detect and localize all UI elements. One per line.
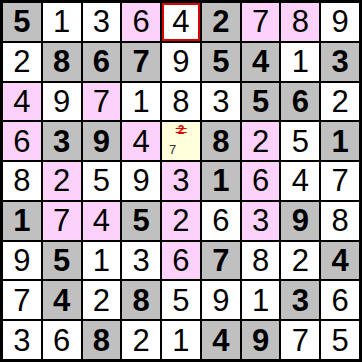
cell-r4c5[interactable]: 27 xyxy=(162,122,200,160)
cell-r8c7[interactable]: 1 xyxy=(242,281,280,319)
cell-r2c9[interactable]: 3 xyxy=(321,43,359,81)
cell-r6c5[interactable]: 2 xyxy=(162,202,200,240)
cell-r7c9[interactable]: 4 xyxy=(321,242,359,280)
cell-r9c7[interactable]: 9 xyxy=(242,321,280,359)
cell-r2c5[interactable]: 9 xyxy=(162,43,200,81)
cell-r6c4[interactable]: 5 xyxy=(122,202,160,240)
cell-r6c2[interactable]: 7 xyxy=(43,202,81,240)
cell-r3c3[interactable]: 7 xyxy=(83,83,121,121)
cell-r8c6[interactable]: 9 xyxy=(202,281,240,319)
cell-r8c2[interactable]: 4 xyxy=(43,281,81,319)
cell-r1c4[interactable]: 6 xyxy=(122,3,160,41)
cell-r8c1[interactable]: 7 xyxy=(3,281,41,319)
cell-r1c1[interactable]: 5 xyxy=(3,3,41,41)
cell-r6c7[interactable]: 3 xyxy=(242,202,280,240)
cell-r8c5[interactable]: 5 xyxy=(162,281,200,319)
cell-r7c2[interactable]: 5 xyxy=(43,242,81,280)
cell-r7c1[interactable]: 9 xyxy=(3,242,41,280)
cell-r1c2[interactable]: 1 xyxy=(43,3,81,41)
cell-r6c6[interactable]: 6 xyxy=(202,202,240,240)
cell-r5c4[interactable]: 9 xyxy=(122,162,160,200)
cell-r4c7[interactable]: 2 xyxy=(242,122,280,160)
cell-r6c9[interactable]: 8 xyxy=(321,202,359,240)
cell-r3c4[interactable]: 1 xyxy=(122,83,160,121)
cell-r1c5[interactable]: 4 xyxy=(162,3,200,41)
cell-r9c1[interactable]: 3 xyxy=(3,321,41,359)
cell-r8c8[interactable]: 3 xyxy=(281,281,319,319)
cell-r4c4[interactable]: 4 xyxy=(122,122,160,160)
cell-r6c1[interactable]: 1 xyxy=(3,202,41,240)
cell-r3c5[interactable]: 8 xyxy=(162,83,200,121)
cell-r7c5[interactable]: 6 xyxy=(162,242,200,280)
cell-r8c9[interactable]: 6 xyxy=(321,281,359,319)
cell-r7c3[interactable]: 1 xyxy=(83,242,121,280)
cell-r1c9[interactable]: 9 xyxy=(321,3,359,41)
cell-r4c6[interactable]: 8 xyxy=(202,122,240,160)
cell-r3c8[interactable]: 6 xyxy=(281,83,319,121)
cell-r9c9[interactable]: 5 xyxy=(321,321,359,359)
cell-r4c3[interactable]: 9 xyxy=(83,122,121,160)
cell-r2c1[interactable]: 2 xyxy=(3,43,41,81)
cell-r3c6[interactable]: 3 xyxy=(202,83,240,121)
cell-r7c4[interactable]: 3 xyxy=(122,242,160,280)
cell-r6c3[interactable]: 4 xyxy=(83,202,121,240)
cell-r3c2[interactable]: 9 xyxy=(43,83,81,121)
cell-r5c6[interactable]: 1 xyxy=(202,162,240,200)
cell-r4c8[interactable]: 5 xyxy=(281,122,319,160)
cell-r8c3[interactable]: 2 xyxy=(83,281,121,319)
pencil-mark-digit: 7 xyxy=(169,143,176,156)
cell-r7c6[interactable]: 7 xyxy=(202,242,240,280)
cell-r5c8[interactable]: 4 xyxy=(281,162,319,200)
cell-r5c3[interactable]: 5 xyxy=(83,162,121,200)
cell-r8c4[interactable]: 8 xyxy=(122,281,160,319)
cell-r1c7[interactable]: 7 xyxy=(242,3,280,41)
cell-r9c8[interactable]: 7 xyxy=(281,321,319,359)
cell-r9c4[interactable]: 2 xyxy=(122,321,160,359)
cell-r9c6[interactable]: 4 xyxy=(202,321,240,359)
cell-r5c9[interactable]: 7 xyxy=(321,162,359,200)
rejected-candidate-digit: 2 xyxy=(178,123,185,137)
cell-r4c1[interactable]: 6 xyxy=(3,122,41,160)
cell-r3c7[interactable]: 5 xyxy=(242,83,280,121)
cell-r9c2[interactable]: 6 xyxy=(43,321,81,359)
cell-r5c7[interactable]: 6 xyxy=(242,162,280,200)
cell-r3c9[interactable]: 2 xyxy=(321,83,359,121)
cell-r5c1[interactable]: 8 xyxy=(3,162,41,200)
cell-r2c8[interactable]: 1 xyxy=(281,43,319,81)
cell-r2c4[interactable]: 7 xyxy=(122,43,160,81)
cell-r4c9[interactable]: 1 xyxy=(321,122,359,160)
cell-r2c3[interactable]: 6 xyxy=(83,43,121,81)
cell-r1c3[interactable]: 3 xyxy=(83,3,121,41)
cell-r1c6[interactable]: 2 xyxy=(202,3,240,41)
cell-r3c1[interactable]: 4 xyxy=(3,83,41,121)
cell-r9c3[interactable]: 8 xyxy=(83,321,121,359)
sudoku-board: 5136427892867954134971835626394278251825… xyxy=(0,0,362,362)
cell-r1c8[interactable]: 8 xyxy=(281,3,319,41)
cell-r5c5[interactable]: 3 xyxy=(162,162,200,200)
cell-r7c8[interactable]: 2 xyxy=(281,242,319,280)
cell-r6c8[interactable]: 9 xyxy=(281,202,319,240)
cell-r2c6[interactable]: 5 xyxy=(202,43,240,81)
cell-r2c7[interactable]: 4 xyxy=(242,43,280,81)
cell-r7c7[interactable]: 8 xyxy=(242,242,280,280)
cell-r2c2[interactable]: 8 xyxy=(43,43,81,81)
cell-r4c2[interactable]: 3 xyxy=(43,122,81,160)
cell-r5c2[interactable]: 2 xyxy=(43,162,81,200)
cell-r9c5[interactable]: 1 xyxy=(162,321,200,359)
